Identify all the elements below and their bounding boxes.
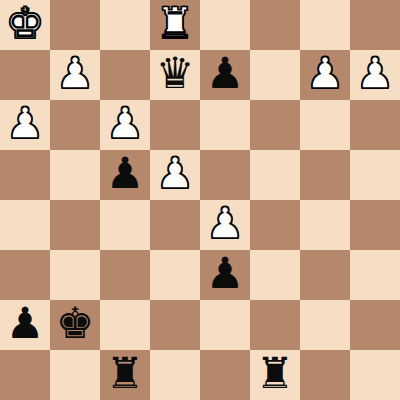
square-h6[interactable] bbox=[350, 100, 400, 150]
square-d1[interactable] bbox=[150, 350, 200, 400]
square-f2[interactable] bbox=[250, 300, 300, 350]
square-h1[interactable] bbox=[350, 350, 400, 400]
chess-board-container: ♚♜♟♛♟♟♟♟♟♟♟♟♟♟♚♜♜ bbox=[0, 0, 400, 400]
square-f5[interactable] bbox=[250, 150, 300, 200]
square-a4[interactable] bbox=[0, 200, 50, 250]
square-c7[interactable] bbox=[100, 50, 150, 100]
square-e4[interactable]: ♟ bbox=[200, 200, 250, 250]
square-f4[interactable] bbox=[250, 200, 300, 250]
square-d3[interactable] bbox=[150, 250, 200, 300]
square-h3[interactable] bbox=[350, 250, 400, 300]
white-pawn[interactable]: ♟ bbox=[206, 200, 245, 248]
square-c2[interactable] bbox=[100, 300, 150, 350]
square-a7[interactable] bbox=[0, 50, 50, 100]
square-d2[interactable] bbox=[150, 300, 200, 350]
square-e7[interactable]: ♟ bbox=[200, 50, 250, 100]
square-e3[interactable]: ♟ bbox=[200, 250, 250, 300]
square-h7[interactable]: ♟ bbox=[350, 50, 400, 100]
square-d6[interactable] bbox=[150, 100, 200, 150]
square-g2[interactable] bbox=[300, 300, 350, 350]
square-c6[interactable]: ♟ bbox=[100, 100, 150, 150]
chess-board: ♚♜♟♛♟♟♟♟♟♟♟♟♟♟♚♜♜ bbox=[0, 0, 400, 400]
square-h2[interactable] bbox=[350, 300, 400, 350]
square-e2[interactable] bbox=[200, 300, 250, 350]
white-king[interactable]: ♚ bbox=[6, 0, 45, 48]
square-b5[interactable] bbox=[50, 150, 100, 200]
square-b6[interactable] bbox=[50, 100, 100, 150]
square-h8[interactable] bbox=[350, 0, 400, 50]
black-rook[interactable]: ♜ bbox=[106, 350, 145, 398]
square-f8[interactable] bbox=[250, 0, 300, 50]
square-b4[interactable] bbox=[50, 200, 100, 250]
white-pawn[interactable]: ♟ bbox=[106, 100, 145, 148]
white-pawn[interactable]: ♟ bbox=[56, 50, 95, 98]
square-b8[interactable] bbox=[50, 0, 100, 50]
square-f1[interactable]: ♜ bbox=[250, 350, 300, 400]
square-d7[interactable]: ♛ bbox=[150, 50, 200, 100]
square-c1[interactable]: ♜ bbox=[100, 350, 150, 400]
square-a2[interactable]: ♟ bbox=[0, 300, 50, 350]
square-e6[interactable] bbox=[200, 100, 250, 150]
square-a3[interactable] bbox=[0, 250, 50, 300]
square-a6[interactable]: ♟ bbox=[0, 100, 50, 150]
square-e8[interactable] bbox=[200, 0, 250, 50]
square-d4[interactable] bbox=[150, 200, 200, 250]
square-g5[interactable] bbox=[300, 150, 350, 200]
square-g6[interactable] bbox=[300, 100, 350, 150]
square-a5[interactable] bbox=[0, 150, 50, 200]
square-c5[interactable]: ♟ bbox=[100, 150, 150, 200]
square-b7[interactable]: ♟ bbox=[50, 50, 100, 100]
square-f7[interactable] bbox=[250, 50, 300, 100]
black-pawn[interactable]: ♟ bbox=[206, 50, 245, 98]
square-h4[interactable] bbox=[350, 200, 400, 250]
black-pawn[interactable]: ♟ bbox=[6, 300, 45, 348]
square-b3[interactable] bbox=[50, 250, 100, 300]
square-d5[interactable]: ♟ bbox=[150, 150, 200, 200]
square-e1[interactable] bbox=[200, 350, 250, 400]
square-d8[interactable]: ♜ bbox=[150, 0, 200, 50]
square-g4[interactable] bbox=[300, 200, 350, 250]
black-king[interactable]: ♚ bbox=[56, 300, 95, 348]
square-c4[interactable] bbox=[100, 200, 150, 250]
square-b2[interactable]: ♚ bbox=[50, 300, 100, 350]
square-f3[interactable] bbox=[250, 250, 300, 300]
square-g3[interactable] bbox=[300, 250, 350, 300]
black-queen[interactable]: ♛ bbox=[156, 50, 195, 98]
square-g1[interactable] bbox=[300, 350, 350, 400]
square-e5[interactable] bbox=[200, 150, 250, 200]
white-pawn[interactable]: ♟ bbox=[356, 50, 395, 98]
square-g8[interactable] bbox=[300, 0, 350, 50]
square-h5[interactable] bbox=[350, 150, 400, 200]
square-c3[interactable] bbox=[100, 250, 150, 300]
square-f6[interactable] bbox=[250, 100, 300, 150]
square-a1[interactable] bbox=[0, 350, 50, 400]
square-a8[interactable]: ♚ bbox=[0, 0, 50, 50]
square-b1[interactable] bbox=[50, 350, 100, 400]
square-c8[interactable] bbox=[100, 0, 150, 50]
black-rook[interactable]: ♜ bbox=[256, 350, 295, 398]
white-pawn[interactable]: ♟ bbox=[306, 50, 345, 98]
black-pawn[interactable]: ♟ bbox=[106, 150, 145, 198]
white-pawn[interactable]: ♟ bbox=[156, 150, 195, 198]
white-rook[interactable]: ♜ bbox=[156, 0, 195, 48]
white-pawn[interactable]: ♟ bbox=[6, 100, 45, 148]
black-pawn[interactable]: ♟ bbox=[206, 250, 245, 298]
square-g7[interactable]: ♟ bbox=[300, 50, 350, 100]
